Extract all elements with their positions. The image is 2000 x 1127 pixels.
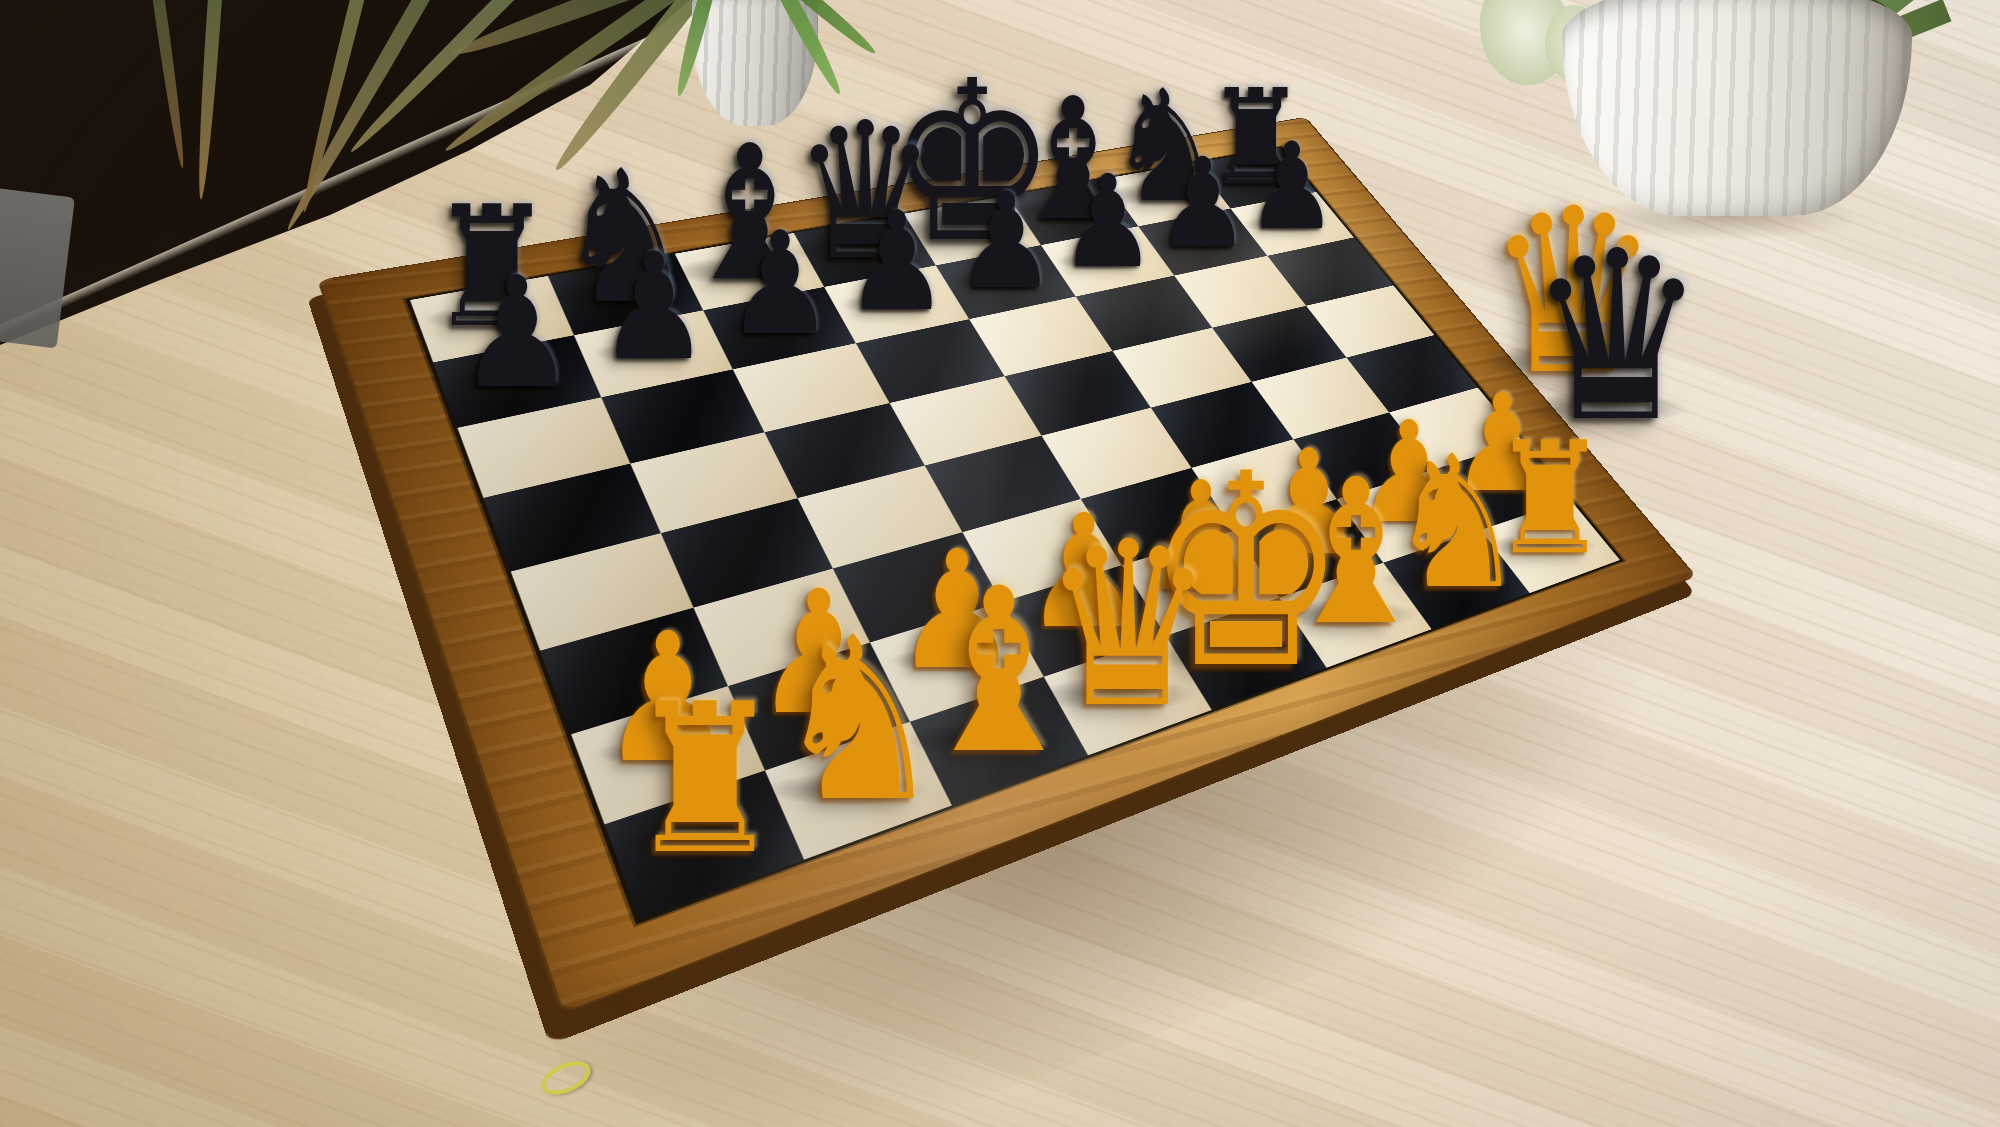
white-ribbed-planter bbox=[1562, 0, 1912, 216]
photo-scene: ♜♞♝♛♚♝♞♜♟♟♟♟♟♟♟♟♟♟♟♟♟♟♟♟♜♞♝♛♚♝♞♜♛♛ bbox=[0, 0, 2000, 1127]
